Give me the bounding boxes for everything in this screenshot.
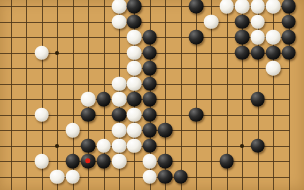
- black-stone: [142, 30, 157, 45]
- black-stone: [235, 30, 250, 45]
- white-stone: [266, 0, 281, 13]
- white-stone: [142, 154, 157, 169]
- white-stone: [35, 154, 50, 169]
- black-stone: [250, 92, 265, 107]
- black-stone: [250, 45, 265, 60]
- black-stone: [235, 45, 250, 60]
- white-stone: [96, 138, 111, 153]
- black-stone: [81, 107, 96, 122]
- black-stone: [142, 123, 157, 138]
- white-stone: [81, 92, 96, 107]
- white-stone: [127, 138, 142, 153]
- white-stone: [112, 92, 127, 107]
- black-stone: [281, 45, 296, 60]
- black-stone: [281, 0, 296, 13]
- black-stone: [81, 138, 96, 153]
- black-stone: [127, 14, 142, 29]
- white-stone: [127, 107, 142, 122]
- black-stone: [250, 138, 265, 153]
- white-stone: [35, 45, 50, 60]
- black-stone: [142, 61, 157, 76]
- white-stone: [250, 0, 265, 13]
- white-stone: [127, 61, 142, 76]
- black-stone: [189, 30, 204, 45]
- black-stone: [158, 169, 173, 184]
- white-stone: [112, 76, 127, 91]
- black-stone: [189, 107, 204, 122]
- white-stone: [250, 14, 265, 29]
- black-stone: [142, 45, 157, 60]
- white-stone: [235, 0, 250, 13]
- black-stone: [142, 138, 157, 153]
- white-stone: [112, 154, 127, 169]
- black-stone: [112, 107, 127, 122]
- white-stone: [127, 30, 142, 45]
- white-stone: [127, 123, 142, 138]
- go-board: [0, 0, 304, 190]
- black-stone: [142, 92, 157, 107]
- black-stone: [65, 154, 80, 169]
- white-stone: [127, 45, 142, 60]
- black-stone: [235, 14, 250, 29]
- white-stone: [266, 61, 281, 76]
- black-stone: [96, 154, 111, 169]
- white-stone: [35, 107, 50, 122]
- white-stone: [112, 14, 127, 29]
- black-stone: [127, 92, 142, 107]
- white-stone: [266, 30, 281, 45]
- white-stone: [142, 169, 157, 184]
- white-stone: [204, 14, 219, 29]
- white-stone: [65, 123, 80, 138]
- black-stone: [220, 154, 235, 169]
- black-stone: [142, 107, 157, 122]
- white-stone: [220, 0, 235, 13]
- white-stone: [250, 30, 265, 45]
- black-stone: [281, 14, 296, 29]
- white-stone: [112, 138, 127, 153]
- black-stone: [96, 92, 111, 107]
- black-stone: [158, 154, 173, 169]
- white-stone: [112, 0, 127, 13]
- black-stone: [142, 76, 157, 91]
- white-stone: [65, 169, 80, 184]
- star-point: [55, 144, 59, 148]
- white-stone: [50, 169, 65, 184]
- black-stone: [158, 123, 173, 138]
- white-stone: [112, 123, 127, 138]
- go-video-frame: [0, 0, 304, 190]
- black-stone: [281, 30, 296, 45]
- black-stone: [266, 45, 281, 60]
- black-stone: [127, 0, 142, 13]
- star-point: [55, 51, 59, 55]
- white-stone: [127, 76, 142, 91]
- star-point: [240, 144, 244, 148]
- black-stone: [189, 0, 204, 13]
- black-stone: [173, 169, 188, 184]
